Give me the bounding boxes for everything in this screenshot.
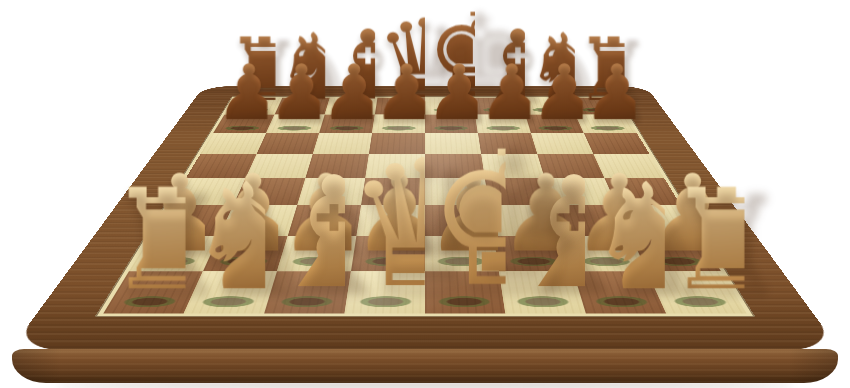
black-pawn-d7[interactable]: ♟: [372, 54, 425, 130]
black-pawn-b7[interactable]: ♟: [267, 54, 320, 130]
square-b7[interactable]: ♟: [266, 114, 325, 133]
black-pawn-a7[interactable]: ♟: [215, 54, 268, 130]
black-pawn-c7[interactable]: ♟: [320, 54, 373, 130]
square-e1[interactable]: ♚: [425, 271, 505, 313]
board-side-edge: [12, 349, 838, 383]
square-c1[interactable]: ♝: [264, 271, 351, 313]
white-king-e1[interactable]: ♚: [425, 118, 506, 315]
chess-board-frame: ♜♞♝♛♚♝♞♜♟♟♟♟♟♟♟♟♟♟♟♟♟♟♟♟♜♞♝♛♚♝♞♜: [10, 86, 840, 350]
white-knight-b1[interactable]: ♞: [185, 163, 265, 310]
white-bishop-c1[interactable]: ♝: [265, 157, 345, 310]
board-floor-shadow: [55, 381, 795, 388]
square-a7[interactable]: ♟: [213, 114, 275, 133]
board-scene: ♜♞♝♛♚♝♞♜♟♟♟♟♟♟♟♟♟♟♟♟♟♟♟♟♜♞♝♛♚♝♞♜: [0, 0, 850, 388]
square-b1[interactable]: ♞: [184, 271, 277, 313]
white-rook-a1[interactable]: ♜: [106, 170, 186, 309]
board-inlay-border: ♜♞♝♛♚♝♞♜♟♟♟♟♟♟♟♟♟♟♟♟♟♟♟♟♜♞♝♛♚♝♞♜: [95, 96, 756, 316]
board-grid: ♜♞♝♛♚♝♞♜♟♟♟♟♟♟♟♟♟♟♟♟♟♟♟♟♜♞♝♛♚♝♞♜: [103, 98, 746, 314]
square-d1[interactable]: ♛: [345, 271, 425, 313]
photo-stage: ♜♞♝♛♚♝♞♜♟♟♟♟♟♟♟♟♟♟♟♟♟♟♟♟♜♞♝♛♚♝♞♜: [0, 0, 850, 388]
white-queen-d1[interactable]: ♛: [345, 137, 425, 312]
